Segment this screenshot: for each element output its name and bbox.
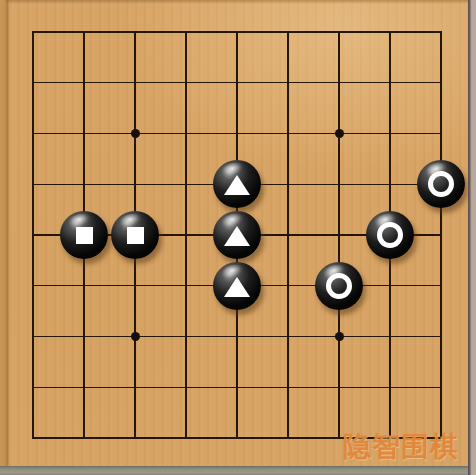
black-stone-C5[interactable] [111,211,159,259]
square-mark [127,227,144,244]
triangle-mark [224,277,250,297]
star-point [335,129,344,138]
board-right-side [468,0,476,475]
grid-line-vertical [440,31,441,438]
black-stone-E5[interactable] [213,211,261,259]
black-stone-H5[interactable] [366,211,414,259]
board-left-edge [0,0,9,475]
black-stone-J6[interactable] [417,160,465,208]
watermark-logo: 隐智围棋 [343,428,459,466]
go-board: 隐智围棋 [0,0,476,475]
grid-line-vertical [287,31,288,438]
triangle-mark [224,175,250,195]
board-top-edge [0,0,476,4]
star-point [131,332,140,341]
grid-line-horizontal [32,336,441,337]
star-point [131,129,140,138]
black-stone-E4[interactable] [213,262,261,310]
black-stone-G4[interactable] [315,262,363,310]
circle-mark [428,171,454,197]
grid-line-horizontal [32,387,441,388]
grid-line-vertical [338,31,339,438]
triangle-mark [224,226,250,246]
board-bottom-side [0,466,476,475]
circle-mark [326,273,352,299]
square-mark [76,227,93,244]
circle-mark [377,222,403,248]
black-stone-B5[interactable] [60,211,108,259]
star-point [335,332,344,341]
black-stone-E6[interactable] [213,160,261,208]
